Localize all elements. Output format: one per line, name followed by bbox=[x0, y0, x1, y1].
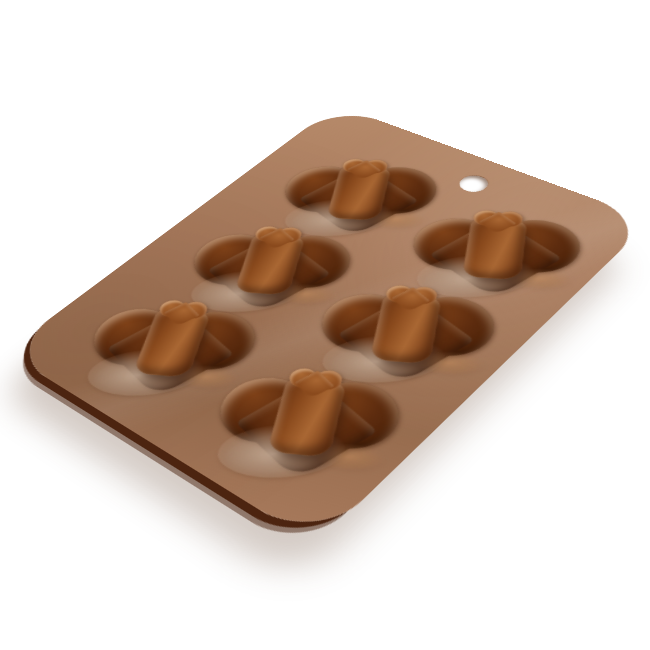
hanging-hole bbox=[454, 173, 493, 195]
photo-canvas bbox=[0, 0, 650, 650]
pillar-top-heart bbox=[382, 285, 438, 316]
silicone-mold-body bbox=[5, 105, 650, 545]
pillar-top-heart bbox=[339, 159, 389, 183]
pillar-top-heart bbox=[284, 367, 344, 403]
pillar-top-heart bbox=[153, 299, 210, 330]
heart-pillar bbox=[462, 218, 527, 280]
pillar-top-heart bbox=[471, 210, 523, 237]
heart-cavity bbox=[204, 374, 403, 492]
heart-pillar bbox=[370, 294, 441, 364]
pillar-top-heart bbox=[250, 226, 303, 253]
